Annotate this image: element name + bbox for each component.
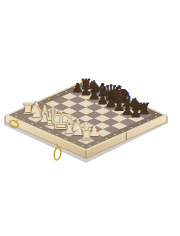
frame-pin-dot xyxy=(105,137,108,138)
frame-pin-dot xyxy=(40,101,43,102)
frame-pin-dot xyxy=(113,133,116,134)
frame-pin-dot xyxy=(40,126,43,127)
frame-pin-dot xyxy=(146,119,149,120)
frame-pin-dot xyxy=(155,112,158,113)
frame-pin-dot xyxy=(88,144,91,145)
frame-pin-dot xyxy=(15,112,18,113)
frame-pin-dot xyxy=(113,94,116,95)
frame-pin-dot xyxy=(146,108,149,109)
frame-pin-dot xyxy=(31,105,34,106)
frame-pin-dot xyxy=(56,133,59,134)
frame-pin-dot xyxy=(64,90,67,91)
chess-set-product-photo: ♜♞♝♛♚♝♞♜♟♟♟♟♟♟♟♟♟♟♟♟♟♟♟♟♜♞♝♛♚♝♞♜ xyxy=(0,0,180,236)
frame-pin-dot xyxy=(130,126,133,127)
frame-pin-dot xyxy=(121,97,124,98)
frame-pin-dot xyxy=(48,130,51,131)
frame-pin-dot xyxy=(130,101,133,102)
frame-pin-dot xyxy=(73,86,76,87)
frame-pin-dot xyxy=(138,105,141,106)
frame-pin-dot xyxy=(96,86,99,87)
frame-pin-dot xyxy=(56,94,59,95)
frame-pin-dot xyxy=(138,122,141,123)
frame-pin-dot xyxy=(105,90,108,91)
frame-pin-dot xyxy=(81,144,84,145)
frame-pin-dot xyxy=(96,141,99,142)
frame-pin-dot xyxy=(64,137,67,138)
frame-pin-dot xyxy=(155,115,158,116)
frame-pin-dot xyxy=(15,115,18,116)
frame-pin-dot xyxy=(23,108,26,109)
frame-pin-dot xyxy=(73,141,76,142)
frame-pin-dot xyxy=(31,122,34,123)
frame-pin-dot xyxy=(23,119,26,120)
frame-pin-dot xyxy=(81,83,84,84)
frame-pin-dot xyxy=(88,83,91,84)
